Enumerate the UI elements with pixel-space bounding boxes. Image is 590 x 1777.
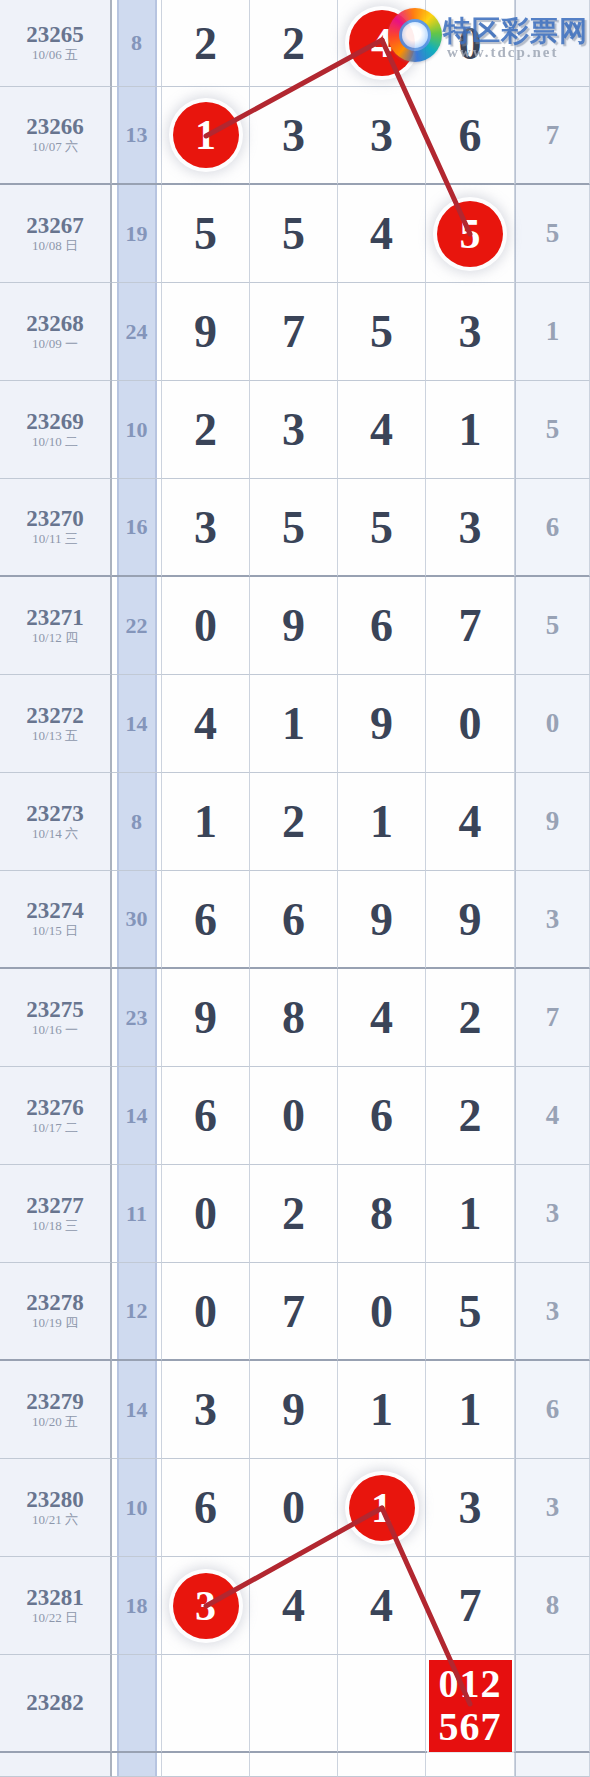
digit-cell: 5 <box>250 479 338 577</box>
digit-cell: 6 <box>338 577 426 675</box>
digit-cell: 2 <box>250 773 338 871</box>
sum-cell: 23 <box>112 969 162 1067</box>
digit-cell: 0 <box>162 577 250 675</box>
draw-date: 10/18 三 <box>32 1219 78 1233</box>
sum-cell: 14 <box>112 1361 162 1459</box>
extra-cell: 3 <box>515 1165 590 1263</box>
sum-cell: 22 <box>112 577 162 675</box>
period-number: 23279 <box>26 1390 84 1414</box>
circled-digit: 1 <box>173 102 239 168</box>
lottery-trend-chart: 2326510/06 五822402326610/07 六13133672326… <box>0 0 590 1777</box>
extra-cell <box>515 1655 590 1753</box>
digit-cell: 4 <box>338 0 426 87</box>
draw-date: 10/06 五 <box>32 48 78 62</box>
sum-cell: 8 <box>112 0 162 87</box>
draw-date: 10/14 六 <box>32 827 78 841</box>
sum-cell: 10 <box>112 381 162 479</box>
digit-cell: 0 <box>250 1459 338 1557</box>
sum-cell: 30 <box>112 871 162 969</box>
digit-cell: 7 <box>426 1557 515 1655</box>
partial-row-cell <box>426 1753 515 1777</box>
draw-date: 10/09 一 <box>32 337 78 351</box>
digit-cell: 3 <box>426 1459 515 1557</box>
period-cell: 2327410/15 日 <box>0 871 112 969</box>
digit-cell: 2 <box>162 381 250 479</box>
digit-cell <box>162 1655 250 1753</box>
digit-cell: 6 <box>162 1067 250 1165</box>
digit-cell <box>338 1655 426 1753</box>
partial-row-cell <box>338 1753 426 1777</box>
partial-row-cell <box>515 1753 590 1777</box>
sum-cell: 14 <box>112 675 162 773</box>
period-cell: 2328110/22 日 <box>0 1557 112 1655</box>
draw-date: 10/07 六 <box>32 140 78 154</box>
digit-cell: 9 <box>162 283 250 381</box>
digit-cell: 4 <box>162 675 250 773</box>
draw-date: 10/19 四 <box>32 1316 78 1330</box>
extra-cell: 7 <box>515 969 590 1067</box>
period-cell: 2326810/09 一 <box>0 283 112 381</box>
circled-digit: 5 <box>437 201 503 267</box>
period-number: 23273 <box>26 802 84 826</box>
period-number: 23270 <box>26 507 84 531</box>
extra-cell: 5 <box>515 577 590 675</box>
extra-cell: 8 <box>515 1557 590 1655</box>
digit-cell: 5 <box>250 185 338 283</box>
digit-cell: 4 <box>250 1557 338 1655</box>
prediction-line: 567 <box>439 1706 502 1748</box>
period-number: 23267 <box>26 214 84 238</box>
digit-cell: 3 <box>162 1557 250 1655</box>
period-number: 23277 <box>26 1194 84 1218</box>
digit-cell: 0 <box>162 1263 250 1361</box>
digit-cell: 9 <box>250 1361 338 1459</box>
extra-cell: 0 <box>515 675 590 773</box>
extra-cell: 3 <box>515 871 590 969</box>
partial-row-cell <box>250 1753 338 1777</box>
draw-date: 10/17 二 <box>32 1121 78 1135</box>
digit-cell: 0 <box>250 1067 338 1165</box>
digit-cell: 8 <box>338 1165 426 1263</box>
draw-date: 10/13 五 <box>32 729 78 743</box>
digit-cell: 7 <box>250 1263 338 1361</box>
digit-cell: 3 <box>426 283 515 381</box>
sum-cell: 10 <box>112 1459 162 1557</box>
period-cell: 2327610/17 二 <box>0 1067 112 1165</box>
digit-cell: 9 <box>162 969 250 1067</box>
digit-cell: 6 <box>338 1067 426 1165</box>
digit-cell: 9 <box>338 675 426 773</box>
extra-cell: 6 <box>515 1361 590 1459</box>
digit-cell: 2 <box>426 1067 515 1165</box>
digit-cell: 1 <box>426 381 515 479</box>
digit-cell: 1 <box>162 87 250 185</box>
digit-cell: 2 <box>162 0 250 87</box>
draw-date: 10/11 三 <box>32 532 77 546</box>
digit-cell: 4 <box>338 381 426 479</box>
digit-cell: 5 <box>426 1263 515 1361</box>
digit-cell: 1 <box>426 1361 515 1459</box>
digit-cell: 9 <box>338 871 426 969</box>
extra-cell: 5 <box>515 381 590 479</box>
digit-cell: 9 <box>426 871 515 969</box>
partial-row-cell <box>162 1753 250 1777</box>
circled-digit: 3 <box>173 1573 239 1639</box>
extra-cell: 7 <box>515 87 590 185</box>
period-number: 23272 <box>26 704 84 728</box>
digit-cell <box>250 1655 338 1753</box>
draw-date: 10/10 二 <box>32 435 78 449</box>
sum-cell: 19 <box>112 185 162 283</box>
partial-row-cell <box>0 1753 112 1777</box>
digit-cell: 2 <box>250 1165 338 1263</box>
digit-cell: 1 <box>250 675 338 773</box>
sum-cell: 11 <box>112 1165 162 1263</box>
extra-cell: 4 <box>515 1067 590 1165</box>
digit-cell: 6 <box>162 871 250 969</box>
sum-cell: 12 <box>112 1263 162 1361</box>
period-number: 23271 <box>26 606 84 630</box>
extra-cell: 9 <box>515 773 590 871</box>
digit-cell: 1 <box>426 1165 515 1263</box>
digit-cell: 3 <box>162 1361 250 1459</box>
partial-row-cell <box>112 1753 162 1777</box>
digit-cell: 5 <box>338 479 426 577</box>
digit-cell: 4 <box>338 969 426 1067</box>
sum-cell: 24 <box>112 283 162 381</box>
period-cell: 23282 <box>0 1655 112 1753</box>
digit-cell: 1 <box>338 773 426 871</box>
sum-cell: 8 <box>112 773 162 871</box>
prediction-box: 012567 <box>429 1660 512 1752</box>
prediction-line: 012 <box>439 1663 502 1705</box>
digit-cell: 012567 <box>426 1655 515 1753</box>
period-number: 23278 <box>26 1291 84 1315</box>
digit-cell: 3 <box>162 479 250 577</box>
digit-cell: 7 <box>426 577 515 675</box>
digit-cell: 5 <box>338 283 426 381</box>
period-cell: 2327110/12 四 <box>0 577 112 675</box>
digit-cell: 9 <box>250 577 338 675</box>
circled-digit: 1 <box>349 1475 415 1541</box>
period-cell: 2327910/20 五 <box>0 1361 112 1459</box>
digit-cell: 6 <box>162 1459 250 1557</box>
digit-cell: 2 <box>250 0 338 87</box>
circled-digit: 4 <box>349 10 415 76</box>
digit-cell: 0 <box>162 1165 250 1263</box>
period-cell: 2327510/16 一 <box>0 969 112 1067</box>
draw-date: 10/08 日 <box>32 239 78 253</box>
period-cell: 2327810/19 四 <box>0 1263 112 1361</box>
digit-cell: 4 <box>338 1557 426 1655</box>
period-cell: 2327010/11 三 <box>0 479 112 577</box>
draw-date: 10/16 一 <box>32 1023 78 1037</box>
period-number: 23268 <box>26 312 84 336</box>
extra-cell: 5 <box>515 185 590 283</box>
digit-cell: 4 <box>426 773 515 871</box>
draw-date: 10/22 日 <box>32 1611 78 1625</box>
extra-cell: 6 <box>515 479 590 577</box>
draw-date: 10/20 五 <box>32 1415 78 1429</box>
digit-cell: 1 <box>162 773 250 871</box>
period-number: 23269 <box>26 410 84 434</box>
digit-cell: 6 <box>250 871 338 969</box>
period-cell: 2327310/14 六 <box>0 773 112 871</box>
digit-cell: 3 <box>338 87 426 185</box>
digit-cell: 3 <box>426 479 515 577</box>
period-cell: 2327710/18 三 <box>0 1165 112 1263</box>
sum-cell: 14 <box>112 1067 162 1165</box>
extra-cell <box>515 0 590 87</box>
digit-cell: 2 <box>426 969 515 1067</box>
draw-date: 10/21 六 <box>32 1513 78 1527</box>
digit-cell: 1 <box>338 1459 426 1557</box>
draw-date: 10/15 日 <box>32 924 78 938</box>
period-cell: 2326910/10 二 <box>0 381 112 479</box>
period-cell: 2326610/07 六 <box>0 87 112 185</box>
digit-cell: 3 <box>250 87 338 185</box>
digit-cell: 3 <box>250 381 338 479</box>
digit-cell: 0 <box>426 0 515 87</box>
digit-cell: 5 <box>162 185 250 283</box>
period-cell: 2327210/13 五 <box>0 675 112 773</box>
extra-cell: 1 <box>515 283 590 381</box>
sum-cell: 18 <box>112 1557 162 1655</box>
period-number: 23282 <box>26 1691 84 1715</box>
digit-cell: 0 <box>338 1263 426 1361</box>
digit-cell: 6 <box>426 87 515 185</box>
period-cell: 2326510/06 五 <box>0 0 112 87</box>
extra-cell: 3 <box>515 1263 590 1361</box>
chart-grid: 2326510/06 五822402326610/07 六13133672326… <box>0 0 590 1777</box>
period-cell: 2328010/21 六 <box>0 1459 112 1557</box>
extra-cell: 3 <box>515 1459 590 1557</box>
digit-cell: 5 <box>426 185 515 283</box>
period-cell: 2326710/08 日 <box>0 185 112 283</box>
period-number: 23276 <box>26 1096 84 1120</box>
digit-cell: 8 <box>250 969 338 1067</box>
draw-date: 10/12 四 <box>32 631 78 645</box>
period-number: 23265 <box>26 23 84 47</box>
period-number: 23266 <box>26 115 84 139</box>
period-number: 23281 <box>26 1586 84 1610</box>
period-number: 23275 <box>26 998 84 1022</box>
digit-cell: 0 <box>426 675 515 773</box>
digit-cell: 7 <box>250 283 338 381</box>
sum-cell: 16 <box>112 479 162 577</box>
sum-cell: 13 <box>112 87 162 185</box>
period-number: 23274 <box>26 899 84 923</box>
digit-cell: 4 <box>338 185 426 283</box>
digit-cell: 1 <box>338 1361 426 1459</box>
sum-cell <box>112 1655 162 1753</box>
period-number: 23280 <box>26 1488 84 1512</box>
